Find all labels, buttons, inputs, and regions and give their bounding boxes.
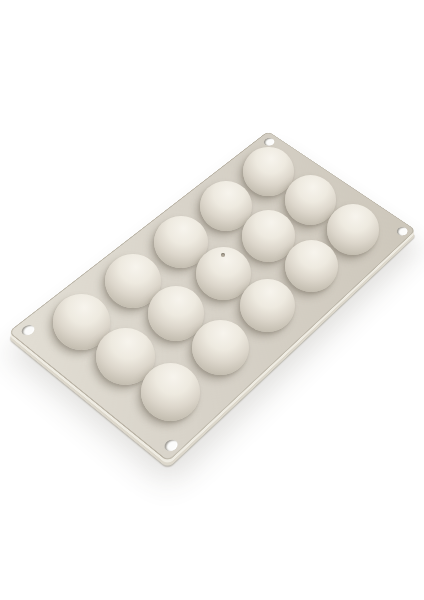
- corner-hole-right: [262, 137, 277, 148]
- corner-hole-top: [19, 323, 37, 337]
- product-photo: [0, 0, 424, 600]
- corner-hole-bottom: [395, 225, 410, 237]
- corner-hole-left: [162, 437, 180, 453]
- mold-tray: [8, 131, 416, 462]
